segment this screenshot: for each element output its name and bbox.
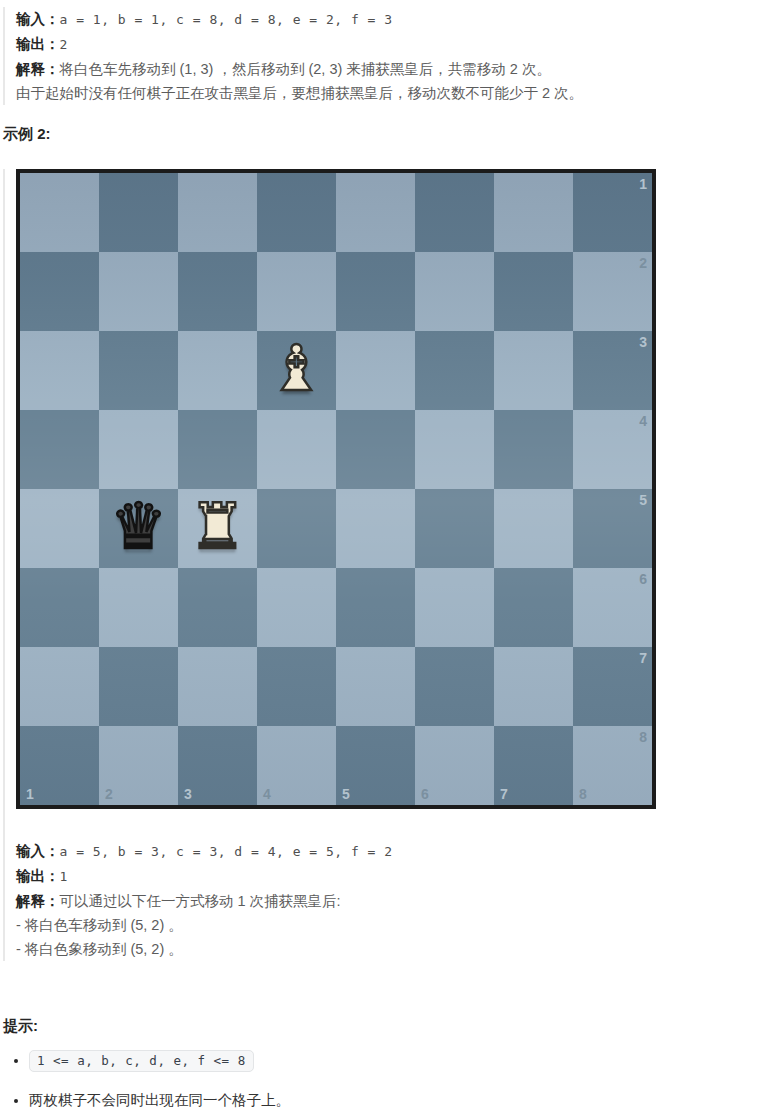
hints-heading: 提示: (3, 1017, 759, 1035)
hint-item-no-overlap: 两枚棋子不会同时出现在同一个格子上。 (29, 1089, 759, 1111)
hint-item-constraint: 1 <= a, b, c, d, e, f <= 8 (29, 1049, 759, 1072)
board-square (415, 489, 494, 568)
column-coordinate-label: 2 (105, 787, 113, 801)
input-label: 输入： (16, 11, 60, 27)
board-square (99, 568, 178, 647)
board-square: 4 (573, 410, 652, 489)
board-square (178, 173, 257, 252)
board-square (336, 647, 415, 726)
row-coordinate-label: 4 (639, 414, 647, 428)
board-square (336, 331, 415, 410)
board-square (494, 410, 573, 489)
example-1-explanation-line-2: 由于起始时没有任何棋子正在攻击黑皇后，要想捕获黑皇后，移动次数不可能少于 2 次… (16, 81, 759, 105)
example-2-explanation-text: 可以通过以下任一方式移动 1 次捕获黑皇后: (60, 893, 341, 909)
board-square (178, 331, 257, 410)
board-square (257, 410, 336, 489)
board-square: 7 (494, 726, 573, 805)
example-1-input-value: a = 1, b = 1, c = 8, d = 8, e = 2, f = 3 (60, 12, 393, 27)
black-queen: ♛ (99, 489, 178, 568)
board-square (257, 489, 336, 568)
board-square (494, 252, 573, 331)
board-square (415, 568, 494, 647)
board-square: 6 (415, 726, 494, 805)
example-1-explanation-text-2: 由于起始时没有任何棋子正在攻击黑皇后，要想捕获黑皇后，移动次数不可能少于 2 次… (16, 85, 583, 101)
board-square (494, 489, 573, 568)
problem-page: 输入：a = 1, b = 1, c = 8, d = 8, e = 2, f … (0, 0, 759, 1111)
board-square (99, 647, 178, 726)
board-square (99, 410, 178, 489)
row-coordinate-label: 5 (639, 493, 647, 507)
example-2-explanation-line: 解释：可以通过以下任一方式移动 1 次捕获黑皇后: (16, 889, 759, 913)
column-coordinate-label: 8 (579, 787, 587, 801)
hints-list: 1 <= a, b, c, d, e, f <= 8 两枚棋子不会同时出现在同一… (3, 1049, 759, 1111)
board-square: 88 (573, 726, 652, 805)
spacer (16, 809, 759, 839)
output-label: 输出： (16, 36, 60, 52)
board-square (99, 331, 178, 410)
board-square: 3 (573, 331, 652, 410)
board-square (494, 331, 573, 410)
board-square: 5 (573, 489, 652, 568)
board-square (257, 173, 336, 252)
board-square (415, 252, 494, 331)
board-square (178, 252, 257, 331)
example-1-output-line: 输出：2 (16, 32, 759, 57)
example-2-output-value: 1 (60, 869, 68, 884)
board-square (494, 568, 573, 647)
board-square (178, 647, 257, 726)
board-square (336, 489, 415, 568)
board-square (20, 410, 99, 489)
board-square (99, 173, 178, 252)
row-coordinate-label: 2 (639, 256, 647, 270)
board-square: 6 (573, 568, 652, 647)
board-square (415, 410, 494, 489)
chess-board: 1234567123456788♝♛♜ (20, 173, 652, 805)
column-coordinate-label: 1 (26, 787, 34, 801)
example-2-input-value: a = 5, b = 3, c = 3, d = 4, e = 5, f = 2 (60, 844, 393, 859)
board-square (336, 568, 415, 647)
explanation-label: 解释： (16, 893, 60, 909)
board-square: 3 (178, 726, 257, 805)
board-square: 2 (99, 726, 178, 805)
board-square (494, 173, 573, 252)
white-rook: ♜ (178, 489, 257, 568)
example-2-option-2: - 将白色象移动到 (5, 2) 。 (16, 937, 759, 961)
board-square (20, 331, 99, 410)
board-square: 2 (573, 252, 652, 331)
board-square (178, 410, 257, 489)
board-square (20, 173, 99, 252)
board-square (415, 647, 494, 726)
board-square (257, 647, 336, 726)
board-square: 1 (573, 173, 652, 252)
example-1-input-line: 输入：a = 1, b = 1, c = 8, d = 8, e = 2, f … (16, 7, 759, 32)
example-1-block: 输入：a = 1, b = 1, c = 8, d = 8, e = 2, f … (3, 7, 759, 105)
board-square: 5 (336, 726, 415, 805)
board-square (336, 173, 415, 252)
column-coordinate-label: 7 (500, 787, 508, 801)
constraint-code-chip: 1 <= a, b, c, d, e, f <= 8 (29, 1050, 254, 1072)
board-square (415, 173, 494, 252)
board-square: 1 (20, 726, 99, 805)
column-coordinate-label: 3 (184, 787, 192, 801)
board-square (257, 252, 336, 331)
board-square (336, 410, 415, 489)
example-1-explanation-line-1: 解释：将白色车先移动到 (1, 3) ，然后移动到 (2, 3) 来捕获黑皇后，… (16, 57, 759, 81)
column-coordinate-label: 4 (263, 787, 271, 801)
explanation-label: 解释： (16, 61, 60, 77)
example-2-output-line: 输出：1 (16, 864, 759, 889)
white-bishop: ♝ (257, 331, 336, 410)
board-square (99, 252, 178, 331)
row-coordinate-label: 7 (639, 651, 647, 665)
row-coordinate-label: 6 (639, 572, 647, 586)
board-square (20, 489, 99, 568)
example-2-heading: 示例 2: (3, 125, 759, 143)
chess-board-frame: 1234567123456788♝♛♜ (16, 169, 656, 809)
board-square (20, 647, 99, 726)
example-2-block: 1234567123456788♝♛♜ 输入：a = 5, b = 3, c =… (3, 169, 759, 961)
row-coordinate-label: 3 (639, 335, 647, 349)
input-label: 输入： (16, 843, 60, 859)
board-square (20, 568, 99, 647)
board-square (178, 568, 257, 647)
example-2-option-1: - 将白色车移动到 (5, 2) 。 (16, 913, 759, 937)
example-1-explanation-text-1: 将白色车先移动到 (1, 3) ，然后移动到 (2, 3) 来捕获黑皇后，共需移… (60, 61, 551, 77)
board-square (20, 252, 99, 331)
output-label: 输出： (16, 868, 60, 884)
example-2-input-line: 输入：a = 5, b = 3, c = 3, d = 4, e = 5, f … (16, 839, 759, 864)
row-coordinate-label: 8 (639, 730, 647, 744)
board-square (257, 568, 336, 647)
row-coordinate-label: 1 (639, 177, 647, 191)
board-square: 7 (573, 647, 652, 726)
column-coordinate-label: 5 (342, 787, 350, 801)
example-1-output-value: 2 (60, 37, 68, 52)
column-coordinate-label: 6 (421, 787, 429, 801)
board-square: 4 (257, 726, 336, 805)
board-square (494, 647, 573, 726)
board-square (415, 331, 494, 410)
board-square (336, 252, 415, 331)
